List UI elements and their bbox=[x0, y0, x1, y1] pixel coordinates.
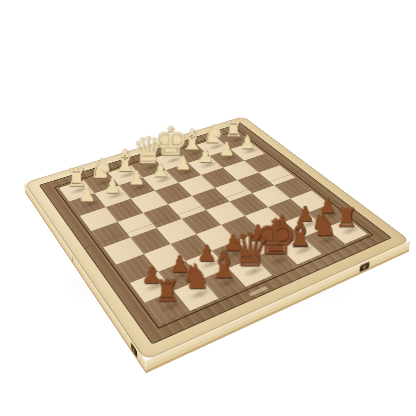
black-rook-icon: ♜ bbox=[154, 278, 181, 306]
piece-black-knight-b8: ♞ bbox=[180, 240, 213, 294]
front-clasp-icon bbox=[360, 262, 370, 272]
black-knight-icon: ♞ bbox=[181, 262, 211, 294]
chess-set-photo: ♜♞♝♛♚♝♞♜♟♟♟♟♟♟♟♟♟♟♟♟♟♟♟♟♜♞♝♛♚♝♞♜ bbox=[0, 0, 416, 416]
chess-board: ♜♞♝♛♚♝♞♜♟♟♟♟♟♟♟♟♟♟♟♟♟♟♟♟♜♞♝♛♚♝♞♜ bbox=[24, 116, 410, 361]
piece-black-rook-a8: ♜ bbox=[150, 251, 183, 306]
brand-stamp bbox=[249, 286, 269, 296]
